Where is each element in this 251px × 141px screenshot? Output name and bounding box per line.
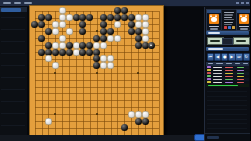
player-rank [240,28,248,30]
maximize-button[interactable] [241,2,244,4]
move-list-row [1,77,25,78]
empty-list-row [207,96,247,97]
empty-list-row [207,114,247,115]
black-stone[interactable] [128,21,135,28]
clock-row [205,37,250,45]
white-stone[interactable] [135,111,142,118]
black-stone[interactable] [45,42,52,49]
move-list-row [1,113,25,114]
black-stone[interactable] [38,49,45,56]
black-stone[interactable] [45,28,52,35]
move-table-cell [213,76,222,77]
player-rank [210,28,218,30]
close-button[interactable] [246,2,249,4]
black-stone[interactable] [142,118,149,125]
move-list-row [1,89,25,90]
last-move-marker [150,44,152,46]
black-stone[interactable] [100,21,107,28]
grid-line [35,107,159,108]
star-point [137,72,139,74]
white-stone[interactable] [142,21,149,28]
move-list-row [1,17,25,18]
minimize-button[interactable] [236,2,239,4]
game-info-line [224,12,234,13]
game-info-line [224,17,232,18]
black-stone[interactable] [121,124,128,131]
black-stone[interactable] [128,14,135,21]
black-stone[interactable] [128,28,135,35]
player-avatar-fox-icon [239,14,249,24]
info-badge-icon [228,26,231,29]
game-info-line [224,14,233,15]
player-name [209,26,219,28]
black-stone[interactable] [66,42,73,49]
nav-button-last-icon[interactable]: ⏭ [235,53,243,61]
grid-line [117,11,118,135]
move-color-tag [207,78,211,80]
panel-bottom-button[interactable] [207,136,219,139]
game-info-line [224,22,233,23]
nav-button-refresh-icon[interactable]: ↻ [243,53,251,61]
move-table-cell [237,70,244,71]
white-stone[interactable] [135,14,142,21]
status-bar [0,135,204,141]
white-stone[interactable] [135,21,142,28]
board-canvas [27,7,204,135]
nav-section-header [206,47,249,51]
go-client-window: ⏮◀●▶⏭↻ [0,0,250,141]
white-stone[interactable] [66,28,73,35]
white-stone[interactable] [52,28,59,35]
grid-line [35,87,159,88]
player-card-header [207,10,221,13]
side-panel-header [0,7,27,12]
black-stone[interactable] [121,14,128,21]
move-table-cell [213,82,222,83]
move-list-row [1,125,25,126]
move-table-cell [225,73,233,74]
move-list-row [1,65,25,66]
move-list-row [1,41,25,42]
move-list-row [1,53,25,54]
white-stone[interactable] [128,111,135,118]
white-stone[interactable] [107,35,114,42]
clock-right [233,37,250,45]
empty-list-row [207,123,247,124]
grid-line [152,11,153,135]
black-stone[interactable] [135,118,142,125]
white-stone[interactable] [142,14,149,21]
black-stone[interactable] [38,14,45,21]
empty-list-row [207,105,247,106]
black-stone[interactable] [114,14,121,21]
side-panel-tab[interactable] [1,8,21,12]
move-table-cell [213,67,222,68]
white-stone[interactable] [52,42,59,49]
capture-count-box [222,38,233,45]
move-color-tag [207,75,211,77]
move-list-side-panel [0,7,28,135]
move-table-cell [225,79,233,80]
move-table-cell [237,67,244,68]
move-table-cell [213,73,222,74]
white-stone[interactable] [107,62,114,69]
grid-line [35,100,159,101]
move-table-header [206,62,249,66]
move-table-cell [237,76,244,77]
black-stone[interactable] [86,14,93,21]
move-table-selected-row[interactable] [206,84,249,87]
white-stone[interactable] [66,14,73,21]
move-table-cell [225,76,233,77]
grid-line [35,80,159,81]
nav-button-first-icon[interactable]: ⏮ [207,53,215,61]
grid-line [159,11,160,135]
white-stone[interactable] [59,21,66,28]
player-card-black [206,9,222,31]
empty-list-row [207,119,247,120]
white-stone[interactable] [52,62,59,69]
black-stone[interactable] [59,49,66,56]
info-badge-icon [224,26,227,29]
white-stone[interactable] [59,35,66,42]
move-table-cell [237,79,244,80]
panel-bottom-bar [205,133,250,141]
move-table-cell [225,67,233,68]
empty-list-row [207,91,247,92]
game-info-box [221,9,237,31]
white-stone[interactable] [142,111,149,118]
black-stone[interactable] [107,14,114,21]
grid-line [35,128,159,129]
black-stone[interactable] [38,21,45,28]
player-name [239,26,249,28]
info-badge-icon [232,26,235,29]
star-point [96,72,98,74]
game-info-panel: ⏮◀●▶⏭↻ [204,7,250,141]
black-stone[interactable] [79,28,86,35]
move-table-cell [225,82,233,83]
move-table-cell [213,70,222,71]
player-avatar-fox-icon [209,14,219,24]
white-stone[interactable] [59,42,66,49]
grid-line [35,93,159,94]
move-table-cell [237,82,244,83]
player-card-white [236,9,250,31]
go-board[interactable] [29,5,164,140]
black-stone[interactable] [135,42,142,49]
white-stone[interactable] [114,35,121,42]
move-table-cell [225,70,233,71]
empty-list-row [207,109,247,110]
player-card-header [237,10,250,13]
move-color-tag [207,69,211,71]
empty-list-row [207,100,247,101]
white-stone[interactable] [100,42,107,49]
empty-list-row [207,128,247,129]
black-stone[interactable] [135,28,142,35]
move-color-tag [207,81,211,83]
grid-line [124,11,125,135]
white-stone[interactable] [59,14,66,21]
menu-item[interactable] [3,2,11,4]
white-stone[interactable] [45,118,52,125]
move-color-tag [207,66,211,68]
nav-button-row: ⏮◀●▶⏭↻ [205,53,250,60]
clock-section-header [206,31,249,35]
move-list-row [1,101,25,102]
black-stone[interactable] [52,49,59,56]
move-color-tag [207,72,211,74]
black-stone[interactable] [45,14,52,21]
move-table-cell [213,79,222,80]
menu-item[interactable] [14,2,21,4]
black-stone[interactable] [38,35,45,42]
move-list-row [1,29,25,30]
black-stone[interactable] [107,28,114,35]
white-stone[interactable] [52,21,59,28]
black-stone[interactable] [79,21,86,28]
star-point [96,113,98,115]
white-stone[interactable] [45,55,52,62]
menu-item[interactable] [24,2,32,4]
white-stone[interactable] [114,21,121,28]
white-stone[interactable] [142,35,149,42]
game-info-line [224,19,234,20]
black-stone[interactable] [66,49,73,56]
clock-left [207,37,224,45]
white-stone[interactable] [142,28,149,35]
black-stone[interactable] [135,35,142,42]
move-table-cell [237,73,244,74]
